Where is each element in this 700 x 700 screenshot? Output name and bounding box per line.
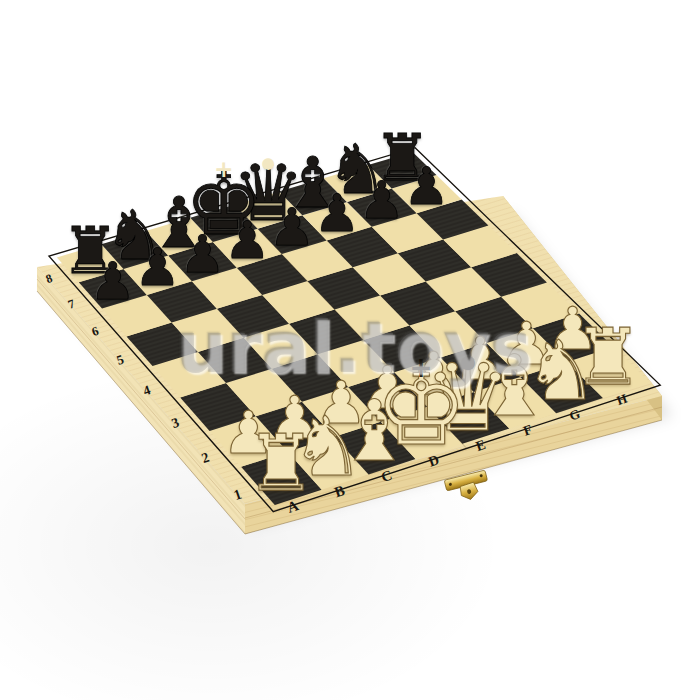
- chess-board: ABCDEFGH12345678: [0, 0, 700, 700]
- chess-set-product-photo: ABCDEFGH12345678 ♜♞♟♝♟♛♟♚♟♝♟♞♟♜♟♟♟♟♟♜♟♞♟…: [0, 0, 700, 700]
